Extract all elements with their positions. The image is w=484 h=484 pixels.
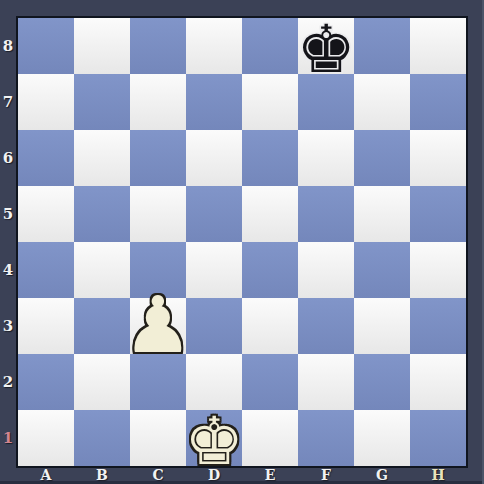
square-c1[interactable] <box>130 410 186 466</box>
square-b5[interactable] <box>74 186 130 242</box>
square-f7[interactable] <box>298 74 354 130</box>
square-a7[interactable] <box>18 74 74 130</box>
file-label-H: H <box>410 467 466 483</box>
rank-label-8: 8 <box>0 18 16 74</box>
square-c7[interactable] <box>130 74 186 130</box>
square-d4[interactable] <box>186 242 242 298</box>
square-a1[interactable] <box>18 410 74 466</box>
square-f6[interactable] <box>298 130 354 186</box>
square-c2[interactable] <box>130 354 186 410</box>
rank-label-4: 4 <box>0 242 16 298</box>
square-b8[interactable] <box>74 18 130 74</box>
square-a8[interactable] <box>18 18 74 74</box>
square-h7[interactable] <box>410 74 466 130</box>
square-h2[interactable] <box>410 354 466 410</box>
square-a6[interactable] <box>18 130 74 186</box>
square-h4[interactable] <box>410 242 466 298</box>
square-d6[interactable] <box>186 130 242 186</box>
square-b1[interactable] <box>74 410 130 466</box>
square-h3[interactable] <box>410 298 466 354</box>
square-f2[interactable] <box>298 354 354 410</box>
square-d8[interactable] <box>186 18 242 74</box>
square-e1[interactable] <box>242 410 298 466</box>
square-a5[interactable] <box>18 186 74 242</box>
square-f8[interactable]: ♚ <box>298 18 354 74</box>
square-d7[interactable] <box>186 74 242 130</box>
square-d3[interactable] <box>186 298 242 354</box>
file-label-E: E <box>242 467 298 483</box>
square-a3[interactable] <box>18 298 74 354</box>
square-e4[interactable] <box>242 242 298 298</box>
square-e6[interactable] <box>242 130 298 186</box>
square-a4[interactable] <box>18 242 74 298</box>
rank-label-1: 1 <box>0 410 16 466</box>
square-e8[interactable] <box>242 18 298 74</box>
square-e2[interactable] <box>242 354 298 410</box>
square-f1[interactable] <box>298 410 354 466</box>
square-f5[interactable] <box>298 186 354 242</box>
square-g1[interactable] <box>354 410 410 466</box>
square-h6[interactable] <box>410 130 466 186</box>
white-pawn-c3[interactable]: ♟ <box>123 286 193 364</box>
square-g6[interactable] <box>354 130 410 186</box>
white-king-d1[interactable]: ♚ <box>184 409 243 475</box>
square-c5[interactable] <box>130 186 186 242</box>
square-b3[interactable] <box>74 298 130 354</box>
rank-label-2: 2 <box>0 354 16 410</box>
square-h8[interactable] <box>410 18 466 74</box>
square-g7[interactable] <box>354 74 410 130</box>
square-d5[interactable] <box>186 186 242 242</box>
file-label-A: A <box>18 467 74 483</box>
square-g4[interactable] <box>354 242 410 298</box>
rank-label-7: 7 <box>0 74 16 130</box>
square-f3[interactable] <box>298 298 354 354</box>
square-c6[interactable] <box>130 130 186 186</box>
square-h1[interactable] <box>410 410 466 466</box>
file-label-D: D <box>186 467 242 483</box>
square-b6[interactable] <box>74 130 130 186</box>
chess-diagram: ♚♟♚ 87654321 ABCDEFGH <box>0 0 484 484</box>
file-label-C: C <box>130 467 186 483</box>
rank-label-6: 6 <box>0 130 16 186</box>
square-f4[interactable] <box>298 242 354 298</box>
square-c3[interactable]: ♟ <box>130 298 186 354</box>
square-b4[interactable] <box>74 242 130 298</box>
square-d2[interactable] <box>186 354 242 410</box>
file-label-G: G <box>354 467 410 483</box>
square-b7[interactable] <box>74 74 130 130</box>
square-g8[interactable] <box>354 18 410 74</box>
square-b2[interactable] <box>74 354 130 410</box>
square-g2[interactable] <box>354 354 410 410</box>
rank-label-3: 3 <box>0 298 16 354</box>
square-c8[interactable] <box>130 18 186 74</box>
square-e3[interactable] <box>242 298 298 354</box>
file-label-F: F <box>298 467 354 483</box>
square-g3[interactable] <box>354 298 410 354</box>
square-e5[interactable] <box>242 186 298 242</box>
square-g5[interactable] <box>354 186 410 242</box>
square-e7[interactable] <box>242 74 298 130</box>
rank-label-5: 5 <box>0 186 16 242</box>
file-label-B: B <box>74 467 130 483</box>
square-h5[interactable] <box>410 186 466 242</box>
square-a2[interactable] <box>18 354 74 410</box>
square-d1[interactable]: ♚ <box>186 410 242 466</box>
chess-board: ♚♟♚ <box>18 18 466 466</box>
